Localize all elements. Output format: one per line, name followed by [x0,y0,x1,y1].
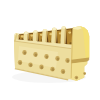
hole-upper-1-inner [24,51,27,54]
product-photo [0,0,100,100]
connector-illustration [0,0,100,100]
rib-2-highlight [25,32,28,34]
rib-3-highlight [34,30,37,32]
hole-upper-3-inner [46,55,49,58]
hole-lower-5-inner [62,70,65,73]
hole-lower-2-inner [30,64,33,67]
hole-lower-4-inner [52,68,55,71]
rib-4-highlight [43,29,46,31]
hole-upper-4-inner [57,57,60,60]
hole-upper-2-inner [35,53,38,56]
contact-6-highlight [68,31,71,33]
hole-lower-1-inner [19,61,22,64]
block-hole-1-inner [76,77,78,79]
rib-5-highlight [53,28,56,30]
rib-6-highlight [62,26,65,28]
block-hole-2-inner [84,73,86,75]
hole-upper-5-inner [67,59,70,62]
hole-lower-3-inner [41,66,44,69]
contact-1-highlight [21,35,24,37]
